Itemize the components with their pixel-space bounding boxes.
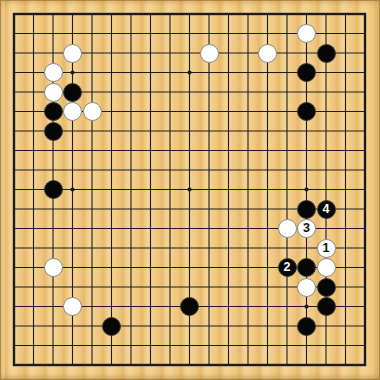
- intersection[interactable]: [82, 4, 102, 24]
- intersection[interactable]: [199, 258, 219, 278]
- intersection[interactable]: [238, 258, 258, 278]
- intersection[interactable]: [4, 160, 24, 180]
- intersection[interactable]: [24, 277, 44, 297]
- intersection[interactable]: [219, 121, 239, 141]
- intersection[interactable]: [336, 219, 356, 239]
- intersection[interactable]: [24, 199, 44, 219]
- intersection[interactable]: [336, 141, 356, 161]
- intersection[interactable]: [238, 355, 258, 375]
- intersection[interactable]: [141, 4, 161, 24]
- intersection[interactable]: [336, 63, 356, 83]
- intersection[interactable]: [43, 121, 63, 141]
- intersection[interactable]: [43, 141, 63, 161]
- intersection[interactable]: [219, 258, 239, 278]
- intersection[interactable]: [258, 258, 278, 278]
- intersection[interactable]: [180, 102, 200, 122]
- intersection[interactable]: [258, 63, 278, 83]
- intersection[interactable]: [199, 180, 219, 200]
- intersection[interactable]: [219, 199, 239, 219]
- intersection[interactable]: [180, 4, 200, 24]
- intersection[interactable]: [316, 24, 336, 44]
- intersection[interactable]: [4, 316, 24, 336]
- intersection[interactable]: [219, 24, 239, 44]
- intersection[interactable]: [121, 199, 141, 219]
- intersection[interactable]: [336, 24, 356, 44]
- intersection[interactable]: [82, 219, 102, 239]
- intersection[interactable]: [82, 297, 102, 317]
- intersection[interactable]: [102, 24, 122, 44]
- intersection[interactable]: [180, 297, 200, 317]
- intersection[interactable]: [102, 277, 122, 297]
- intersection[interactable]: [336, 336, 356, 356]
- intersection[interactable]: [258, 316, 278, 336]
- intersection[interactable]: [180, 43, 200, 63]
- intersection[interactable]: [160, 355, 180, 375]
- intersection[interactable]: [180, 199, 200, 219]
- intersection[interactable]: [199, 4, 219, 24]
- intersection[interactable]: [24, 82, 44, 102]
- intersection[interactable]: [4, 24, 24, 44]
- intersection[interactable]: [63, 277, 83, 297]
- intersection[interactable]: [199, 316, 219, 336]
- intersection[interactable]: [121, 24, 141, 44]
- intersection[interactable]: [199, 336, 219, 356]
- intersection[interactable]: [219, 277, 239, 297]
- intersection[interactable]: [219, 160, 239, 180]
- intersection[interactable]: [121, 180, 141, 200]
- intersection[interactable]: [180, 316, 200, 336]
- intersection[interactable]: [82, 102, 102, 122]
- intersection[interactable]: [102, 219, 122, 239]
- intersection[interactable]: [63, 336, 83, 356]
- intersection[interactable]: [297, 121, 317, 141]
- intersection[interactable]: [199, 238, 219, 258]
- intersection[interactable]: [219, 43, 239, 63]
- intersection[interactable]: [199, 297, 219, 317]
- intersection[interactable]: [355, 43, 375, 63]
- intersection[interactable]: [297, 43, 317, 63]
- intersection[interactable]: 1: [316, 238, 336, 258]
- intersection[interactable]: [160, 121, 180, 141]
- intersection[interactable]: [121, 258, 141, 278]
- intersection[interactable]: [4, 199, 24, 219]
- intersection[interactable]: [219, 355, 239, 375]
- intersection[interactable]: [160, 43, 180, 63]
- intersection[interactable]: [277, 160, 297, 180]
- intersection[interactable]: [258, 277, 278, 297]
- intersection[interactable]: [180, 238, 200, 258]
- intersection[interactable]: [121, 141, 141, 161]
- intersection[interactable]: [82, 24, 102, 44]
- intersection[interactable]: [336, 355, 356, 375]
- intersection[interactable]: [180, 63, 200, 83]
- intersection[interactable]: [4, 277, 24, 297]
- intersection[interactable]: [102, 102, 122, 122]
- intersection[interactable]: [297, 355, 317, 375]
- intersection[interactable]: [121, 82, 141, 102]
- intersection[interactable]: [63, 297, 83, 317]
- intersection[interactable]: [121, 43, 141, 63]
- intersection[interactable]: [141, 63, 161, 83]
- intersection[interactable]: [141, 82, 161, 102]
- intersection[interactable]: [277, 297, 297, 317]
- intersection[interactable]: [4, 258, 24, 278]
- intersection[interactable]: [4, 141, 24, 161]
- intersection[interactable]: [316, 43, 336, 63]
- intersection[interactable]: [277, 24, 297, 44]
- intersection[interactable]: [141, 160, 161, 180]
- intersection[interactable]: [63, 219, 83, 239]
- intersection[interactable]: [336, 180, 356, 200]
- intersection[interactable]: [102, 199, 122, 219]
- intersection[interactable]: [180, 180, 200, 200]
- intersection[interactable]: [160, 180, 180, 200]
- intersection[interactable]: [141, 102, 161, 122]
- intersection[interactable]: [219, 316, 239, 336]
- intersection[interactable]: [102, 141, 122, 161]
- intersection[interactable]: [277, 316, 297, 336]
- intersection[interactable]: [258, 199, 278, 219]
- intersection[interactable]: [160, 238, 180, 258]
- intersection[interactable]: [277, 336, 297, 356]
- intersection[interactable]: [258, 141, 278, 161]
- intersection[interactable]: [63, 355, 83, 375]
- intersection[interactable]: [258, 160, 278, 180]
- intersection[interactable]: [121, 238, 141, 258]
- intersection[interactable]: [277, 277, 297, 297]
- intersection[interactable]: [297, 4, 317, 24]
- intersection[interactable]: [336, 4, 356, 24]
- intersection[interactable]: [121, 121, 141, 141]
- intersection[interactable]: [219, 4, 239, 24]
- intersection[interactable]: [277, 102, 297, 122]
- intersection[interactable]: [355, 160, 375, 180]
- intersection[interactable]: [297, 141, 317, 161]
- intersection[interactable]: [277, 355, 297, 375]
- intersection[interactable]: [355, 219, 375, 239]
- intersection[interactable]: [160, 336, 180, 356]
- intersection[interactable]: [258, 336, 278, 356]
- intersection[interactable]: [141, 355, 161, 375]
- intersection[interactable]: [277, 219, 297, 239]
- intersection[interactable]: [141, 141, 161, 161]
- intersection[interactable]: [102, 180, 122, 200]
- intersection[interactable]: [4, 336, 24, 356]
- intersection[interactable]: [219, 63, 239, 83]
- intersection[interactable]: [258, 219, 278, 239]
- intersection[interactable]: [316, 102, 336, 122]
- intersection[interactable]: [160, 277, 180, 297]
- intersection[interactable]: [297, 180, 317, 200]
- intersection[interactable]: [82, 258, 102, 278]
- intersection[interactable]: [121, 219, 141, 239]
- intersection[interactable]: [297, 336, 317, 356]
- intersection[interactable]: [297, 63, 317, 83]
- intersection[interactable]: [63, 258, 83, 278]
- intersection[interactable]: [180, 336, 200, 356]
- intersection[interactable]: [43, 199, 63, 219]
- intersection[interactable]: [24, 43, 44, 63]
- intersection[interactable]: [180, 121, 200, 141]
- intersection[interactable]: [141, 238, 161, 258]
- intersection[interactable]: [141, 121, 161, 141]
- intersection[interactable]: [258, 355, 278, 375]
- intersection[interactable]: [316, 277, 336, 297]
- intersection[interactable]: [355, 297, 375, 317]
- intersection[interactable]: [238, 316, 258, 336]
- intersection[interactable]: [258, 43, 278, 63]
- intersection[interactable]: [336, 277, 356, 297]
- intersection[interactable]: [63, 199, 83, 219]
- intersection[interactable]: [258, 82, 278, 102]
- intersection[interactable]: [102, 336, 122, 356]
- intersection[interactable]: [238, 199, 258, 219]
- intersection[interactable]: [219, 336, 239, 356]
- intersection[interactable]: [63, 160, 83, 180]
- intersection[interactable]: [277, 63, 297, 83]
- intersection[interactable]: [43, 102, 63, 122]
- intersection[interactable]: [43, 336, 63, 356]
- intersection[interactable]: [258, 121, 278, 141]
- intersection[interactable]: [297, 102, 317, 122]
- intersection[interactable]: [24, 219, 44, 239]
- intersection[interactable]: [160, 297, 180, 317]
- intersection[interactable]: [355, 199, 375, 219]
- intersection[interactable]: [297, 277, 317, 297]
- intersection[interactable]: [43, 297, 63, 317]
- intersection[interactable]: [160, 199, 180, 219]
- intersection[interactable]: [238, 160, 258, 180]
- intersection[interactable]: [316, 4, 336, 24]
- intersection[interactable]: [180, 82, 200, 102]
- intersection[interactable]: [238, 24, 258, 44]
- intersection[interactable]: [24, 141, 44, 161]
- intersection[interactable]: [355, 4, 375, 24]
- intersection[interactable]: [355, 277, 375, 297]
- intersection[interactable]: [43, 316, 63, 336]
- intersection[interactable]: [121, 63, 141, 83]
- intersection[interactable]: [277, 43, 297, 63]
- intersection[interactable]: [43, 355, 63, 375]
- intersection[interactable]: [238, 82, 258, 102]
- intersection[interactable]: [238, 336, 258, 356]
- intersection[interactable]: [4, 180, 24, 200]
- intersection[interactable]: [355, 102, 375, 122]
- intersection[interactable]: [199, 24, 219, 44]
- intersection[interactable]: [82, 180, 102, 200]
- intersection[interactable]: [141, 219, 161, 239]
- intersection[interactable]: [316, 336, 336, 356]
- intersection[interactable]: [63, 238, 83, 258]
- intersection[interactable]: [4, 219, 24, 239]
- intersection[interactable]: [141, 24, 161, 44]
- intersection[interactable]: [160, 63, 180, 83]
- intersection[interactable]: [316, 141, 336, 161]
- intersection[interactable]: [219, 238, 239, 258]
- intersection[interactable]: [160, 141, 180, 161]
- intersection[interactable]: [160, 82, 180, 102]
- intersection[interactable]: [43, 238, 63, 258]
- intersection[interactable]: [63, 121, 83, 141]
- intersection[interactable]: [316, 160, 336, 180]
- intersection[interactable]: [43, 43, 63, 63]
- intersection[interactable]: [63, 141, 83, 161]
- intersection[interactable]: [219, 297, 239, 317]
- intersection[interactable]: [102, 316, 122, 336]
- intersection[interactable]: [4, 355, 24, 375]
- intersection[interactable]: [316, 316, 336, 336]
- intersection[interactable]: [160, 316, 180, 336]
- intersection[interactable]: [63, 102, 83, 122]
- intersection[interactable]: [238, 43, 258, 63]
- intersection[interactable]: [199, 277, 219, 297]
- intersection[interactable]: [102, 238, 122, 258]
- intersection[interactable]: [199, 43, 219, 63]
- intersection[interactable]: [82, 43, 102, 63]
- intersection[interactable]: [238, 297, 258, 317]
- intersection[interactable]: [24, 102, 44, 122]
- intersection[interactable]: [258, 297, 278, 317]
- intersection[interactable]: [121, 316, 141, 336]
- intersection[interactable]: [277, 4, 297, 24]
- intersection[interactable]: [180, 258, 200, 278]
- intersection[interactable]: [63, 82, 83, 102]
- intersection[interactable]: [297, 160, 317, 180]
- intersection[interactable]: [316, 180, 336, 200]
- intersection[interactable]: [355, 238, 375, 258]
- intersection[interactable]: [24, 180, 44, 200]
- intersection[interactable]: [24, 355, 44, 375]
- intersection[interactable]: [141, 43, 161, 63]
- intersection[interactable]: [316, 121, 336, 141]
- intersection[interactable]: [24, 63, 44, 83]
- intersection[interactable]: [82, 82, 102, 102]
- intersection[interactable]: [355, 24, 375, 44]
- intersection[interactable]: [102, 63, 122, 83]
- intersection[interactable]: [24, 316, 44, 336]
- intersection[interactable]: [141, 277, 161, 297]
- intersection[interactable]: [355, 316, 375, 336]
- intersection[interactable]: [63, 43, 83, 63]
- intersection[interactable]: [4, 238, 24, 258]
- intersection[interactable]: [316, 258, 336, 278]
- intersection[interactable]: [24, 160, 44, 180]
- intersection[interactable]: [24, 121, 44, 141]
- intersection[interactable]: [24, 297, 44, 317]
- intersection[interactable]: [141, 180, 161, 200]
- intersection[interactable]: [43, 82, 63, 102]
- intersection[interactable]: [63, 316, 83, 336]
- intersection[interactable]: [258, 238, 278, 258]
- intersection[interactable]: [180, 277, 200, 297]
- intersection[interactable]: [355, 355, 375, 375]
- intersection[interactable]: [316, 297, 336, 317]
- intersection[interactable]: [316, 219, 336, 239]
- intersection[interactable]: [102, 82, 122, 102]
- intersection[interactable]: [336, 43, 356, 63]
- intersection[interactable]: [82, 199, 102, 219]
- intersection[interactable]: [24, 4, 44, 24]
- intersection[interactable]: [121, 160, 141, 180]
- intersection[interactable]: [297, 258, 317, 278]
- intersection[interactable]: [24, 258, 44, 278]
- intersection[interactable]: 2: [277, 258, 297, 278]
- intersection[interactable]: [43, 160, 63, 180]
- intersection[interactable]: [82, 121, 102, 141]
- intersection[interactable]: [121, 297, 141, 317]
- intersection[interactable]: [238, 277, 258, 297]
- intersection[interactable]: [219, 102, 239, 122]
- intersection[interactable]: [297, 24, 317, 44]
- intersection[interactable]: [43, 63, 63, 83]
- intersection[interactable]: [199, 355, 219, 375]
- intersection[interactable]: [258, 24, 278, 44]
- intersection[interactable]: [141, 199, 161, 219]
- intersection[interactable]: [141, 336, 161, 356]
- intersection[interactable]: [199, 82, 219, 102]
- intersection[interactable]: [238, 121, 258, 141]
- intersection[interactable]: [121, 355, 141, 375]
- intersection[interactable]: [180, 141, 200, 161]
- intersection[interactable]: [336, 258, 356, 278]
- intersection[interactable]: [82, 238, 102, 258]
- intersection[interactable]: [180, 24, 200, 44]
- intersection[interactable]: [4, 82, 24, 102]
- intersection[interactable]: [219, 180, 239, 200]
- intersection[interactable]: [199, 121, 219, 141]
- intersection[interactable]: [336, 316, 356, 336]
- intersection[interactable]: [355, 258, 375, 278]
- intersection[interactable]: [160, 24, 180, 44]
- intersection[interactable]: [82, 63, 102, 83]
- intersection[interactable]: [277, 199, 297, 219]
- intersection[interactable]: [63, 63, 83, 83]
- intersection[interactable]: [297, 316, 317, 336]
- intersection[interactable]: [102, 121, 122, 141]
- intersection[interactable]: [102, 4, 122, 24]
- intersection[interactable]: [63, 24, 83, 44]
- intersection[interactable]: [199, 102, 219, 122]
- intersection[interactable]: [355, 121, 375, 141]
- intersection[interactable]: [4, 43, 24, 63]
- intersection[interactable]: [297, 82, 317, 102]
- intersection[interactable]: [219, 141, 239, 161]
- intersection[interactable]: [355, 180, 375, 200]
- intersection[interactable]: [160, 4, 180, 24]
- intersection[interactable]: [82, 277, 102, 297]
- intersection[interactable]: [24, 238, 44, 258]
- intersection[interactable]: [43, 258, 63, 278]
- intersection[interactable]: [102, 160, 122, 180]
- intersection[interactable]: [238, 238, 258, 258]
- intersection[interactable]: [63, 180, 83, 200]
- intersection[interactable]: [219, 219, 239, 239]
- intersection[interactable]: [258, 102, 278, 122]
- intersection[interactable]: [4, 121, 24, 141]
- intersection[interactable]: [199, 199, 219, 219]
- intersection[interactable]: [43, 4, 63, 24]
- intersection[interactable]: [4, 297, 24, 317]
- intersection[interactable]: [4, 63, 24, 83]
- intersection[interactable]: [297, 297, 317, 317]
- intersection[interactable]: [141, 297, 161, 317]
- intersection[interactable]: [355, 141, 375, 161]
- intersection[interactable]: [336, 297, 356, 317]
- intersection[interactable]: [102, 355, 122, 375]
- intersection[interactable]: [277, 121, 297, 141]
- intersection[interactable]: [102, 258, 122, 278]
- intersection[interactable]: [24, 24, 44, 44]
